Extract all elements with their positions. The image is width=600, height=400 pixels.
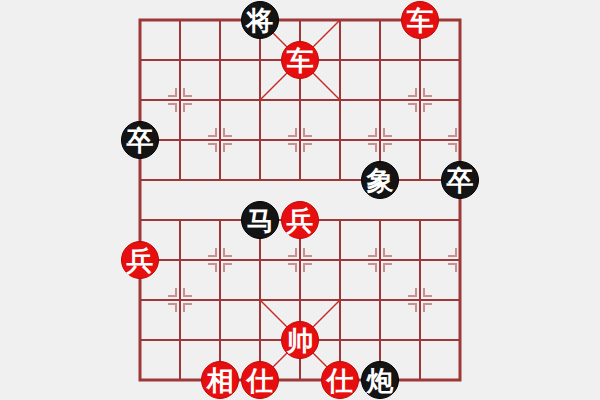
piece-black-elephant[interactable]: 象 <box>361 161 399 199</box>
piece-black-soldier-b[interactable]: 卒 <box>441 161 479 199</box>
piece-red-chariot-a[interactable]: 车 <box>401 1 439 39</box>
piece-red-general[interactable]: 帅 <box>281 321 319 359</box>
piece-red-soldier-a[interactable]: 兵 <box>281 201 319 239</box>
piece-black-general[interactable]: 将 <box>241 1 279 39</box>
piece-black-cannon[interactable]: 炮 <box>361 361 399 399</box>
piece-red-soldier-b[interactable]: 兵 <box>121 241 159 279</box>
piece-red-elephant[interactable]: 相 <box>201 361 239 399</box>
pieces-layer: 将车车卒象卒马兵兵帅相仕仕炮 <box>0 0 600 400</box>
piece-red-chariot-b[interactable]: 车 <box>281 41 319 79</box>
piece-black-horse[interactable]: 马 <box>241 201 279 239</box>
piece-red-advisor-a[interactable]: 仕 <box>241 361 279 399</box>
piece-red-advisor-b[interactable]: 仕 <box>321 361 359 399</box>
piece-black-soldier-a[interactable]: 卒 <box>121 121 159 159</box>
xiangqi-screenshot: 将车车卒象卒马兵兵帅相仕仕炮 <box>0 0 600 400</box>
